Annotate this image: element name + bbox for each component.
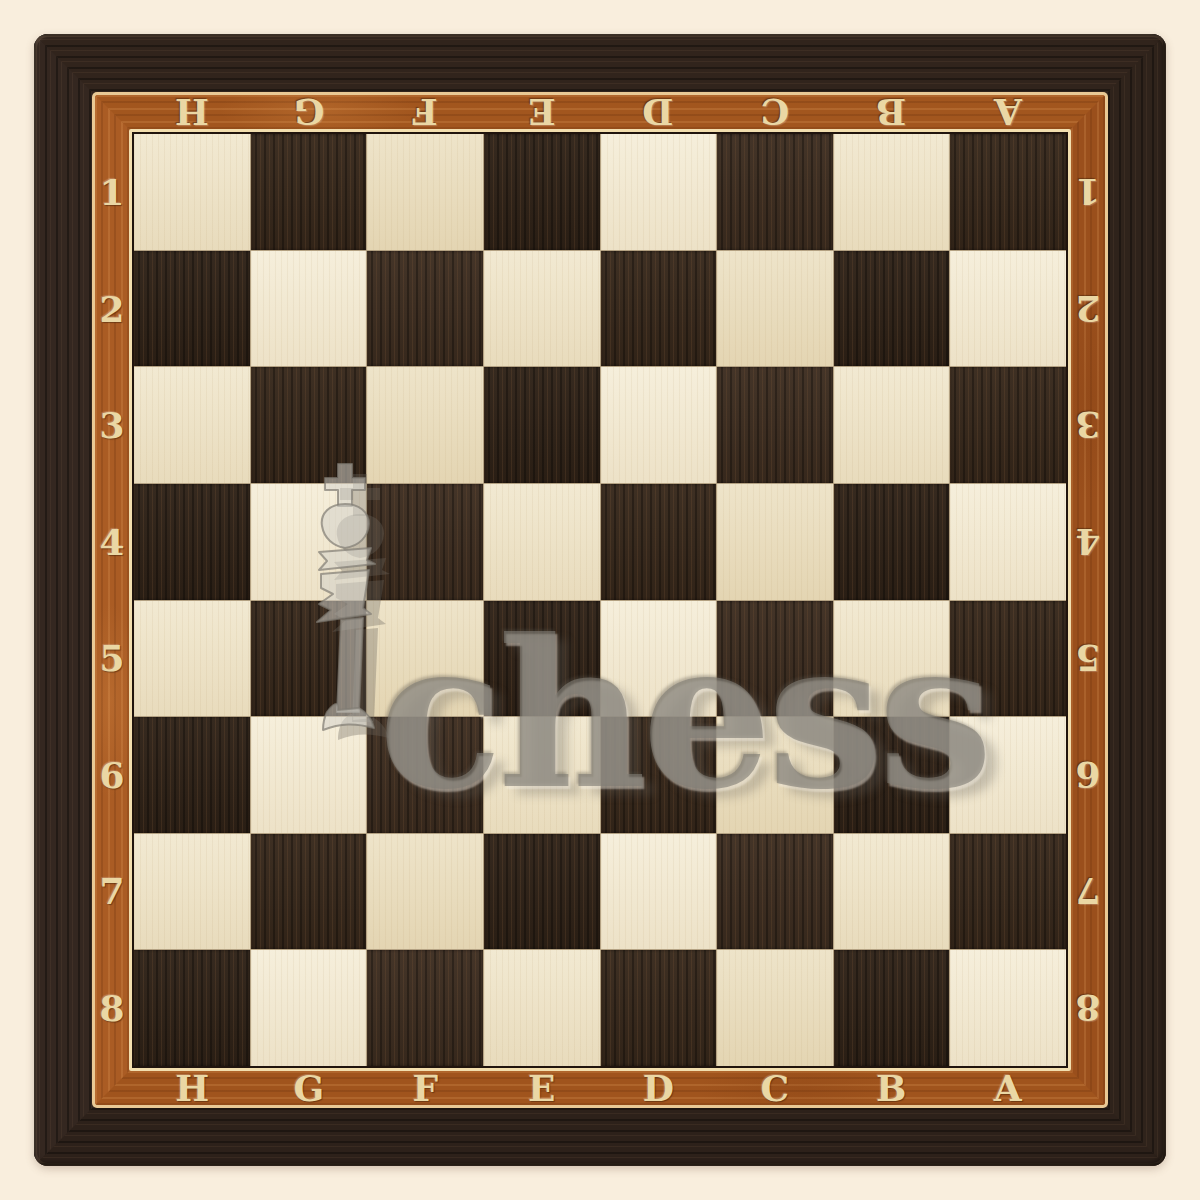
square-c2 — [717, 251, 833, 367]
square-b8 — [834, 950, 950, 1066]
square-a2 — [950, 251, 1066, 367]
square-e5 — [484, 601, 600, 717]
square-a8 — [950, 950, 1066, 1066]
square-g2 — [251, 251, 367, 367]
coordinate-border-right — [1071, 95, 1105, 1105]
coordinate-border-left — [95, 95, 129, 1105]
square-g1 — [251, 134, 367, 250]
square-b3 — [834, 367, 950, 483]
square-b1 — [834, 134, 950, 250]
square-e8 — [484, 950, 600, 1066]
square-h1 — [134, 134, 250, 250]
square-c3 — [717, 367, 833, 483]
coordinate-border-bottom — [95, 1071, 1105, 1105]
frame-bottom-rail — [34, 1108, 1166, 1166]
square-f4 — [367, 484, 483, 600]
playing-field — [132, 132, 1068, 1068]
coordinate-border-top — [95, 95, 1105, 129]
square-h5 — [134, 601, 250, 717]
square-e3 — [484, 367, 600, 483]
square-h6 — [134, 717, 250, 833]
square-g4 — [251, 484, 367, 600]
square-c8 — [717, 950, 833, 1066]
square-b5 — [834, 601, 950, 717]
square-d2 — [601, 251, 717, 367]
square-d8 — [601, 950, 717, 1066]
square-f2 — [367, 251, 483, 367]
square-f5 — [367, 601, 483, 717]
square-d3 — [601, 367, 717, 483]
square-d6 — [601, 717, 717, 833]
square-g3 — [251, 367, 367, 483]
square-h3 — [134, 367, 250, 483]
square-b4 — [834, 484, 950, 600]
square-a6 — [950, 717, 1066, 833]
frame-left-rail — [34, 34, 92, 1166]
square-d4 — [601, 484, 717, 600]
square-g7 — [251, 834, 367, 950]
square-e7 — [484, 834, 600, 950]
square-e6 — [484, 717, 600, 833]
square-h8 — [134, 950, 250, 1066]
square-g6 — [251, 717, 367, 833]
square-e4 — [484, 484, 600, 600]
square-e2 — [484, 251, 600, 367]
square-e1 — [484, 134, 600, 250]
chessboard-grid — [134, 134, 1066, 1066]
square-d1 — [601, 134, 717, 250]
square-h2 — [134, 251, 250, 367]
square-c5 — [717, 601, 833, 717]
frame-right-rail — [1108, 34, 1166, 1166]
square-c6 — [717, 717, 833, 833]
square-f1 — [367, 134, 483, 250]
square-d7 — [601, 834, 717, 950]
square-f3 — [367, 367, 483, 483]
square-a5 — [950, 601, 1066, 717]
square-b7 — [834, 834, 950, 950]
square-b2 — [834, 251, 950, 367]
square-f7 — [367, 834, 483, 950]
square-g8 — [251, 950, 367, 1066]
square-f8 — [367, 950, 483, 1066]
square-h7 — [134, 834, 250, 950]
square-c4 — [717, 484, 833, 600]
square-h4 — [134, 484, 250, 600]
frame-top-rail — [34, 34, 1166, 92]
board-photo: HH11GG22FF33EE44DD55CC66BB77AA88 chess — [0, 0, 1200, 1200]
square-b6 — [834, 717, 950, 833]
square-a1 — [950, 134, 1066, 250]
square-d5 — [601, 601, 717, 717]
square-a4 — [950, 484, 1066, 600]
square-c7 — [717, 834, 833, 950]
square-a7 — [950, 834, 1066, 950]
square-g5 — [251, 601, 367, 717]
square-a3 — [950, 367, 1066, 483]
square-f6 — [367, 717, 483, 833]
square-c1 — [717, 134, 833, 250]
